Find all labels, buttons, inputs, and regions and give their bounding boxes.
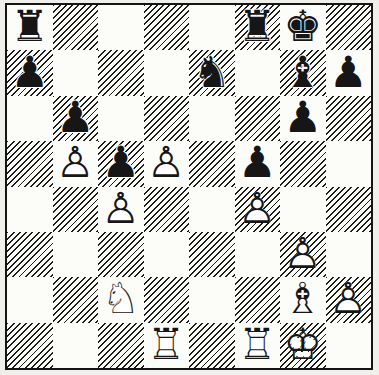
black-bishop-g7: ♝ (280, 50, 326, 95)
square-d2 (144, 277, 190, 322)
white-rook-d1: ♜♖ (144, 323, 190, 368)
square-f7 (235, 50, 281, 95)
square-e6 (189, 96, 235, 141)
square-f5: ♟ (235, 141, 281, 186)
square-c1 (98, 323, 144, 368)
square-g5 (280, 141, 326, 186)
square-h2: ♟♙ (326, 277, 372, 322)
white-king-g1: ♚♔ (280, 323, 326, 368)
white-pawn-d5: ♟♙ (144, 141, 190, 186)
white-pawn-g3: ♟♙ (280, 232, 326, 277)
square-h3 (326, 232, 372, 277)
square-a7: ♟ (7, 50, 53, 95)
square-g3: ♟♙ (280, 232, 326, 277)
square-h7: ♟ (326, 50, 372, 95)
piece-outline-layer: ♙ (144, 141, 190, 186)
square-f8: ♜ (235, 5, 281, 50)
piece-solid-layer: ♟ (280, 96, 326, 141)
square-c4: ♟♙ (98, 187, 144, 232)
square-g7: ♝ (280, 50, 326, 95)
white-pawn-c4: ♟♙ (98, 187, 144, 232)
square-d4 (144, 187, 190, 232)
square-c6 (98, 96, 144, 141)
square-d6 (144, 96, 190, 141)
piece-solid-layer: ♞ (189, 50, 235, 95)
square-g6: ♟ (280, 96, 326, 141)
square-e7: ♞ (189, 50, 235, 95)
white-rook-f1: ♜♖ (235, 323, 281, 368)
white-bishop-g2: ♝♗ (280, 277, 326, 322)
piece-solid-layer: ♜ (235, 5, 281, 50)
piece-outline-layer: ♙ (98, 187, 144, 232)
white-pawn-b5: ♟♙ (53, 141, 99, 186)
piece-outline-layer: ♙ (326, 277, 372, 322)
square-b5: ♟♙ (53, 141, 99, 186)
square-b8 (53, 5, 99, 50)
square-c2: ♞♘ (98, 277, 144, 322)
square-e1 (189, 323, 235, 368)
chess-board-frame: ♜♜♚♟♞♝♟♟♟♟♙♟♟♙♟♟♙♟♙♟♙♞♘♝♗♟♙♜♖♜♖♚♔ (5, 3, 373, 370)
black-pawn-f5: ♟ (235, 141, 281, 186)
square-h5 (326, 141, 372, 186)
square-c5: ♟ (98, 141, 144, 186)
square-e4 (189, 187, 235, 232)
square-e8 (189, 5, 235, 50)
square-h4 (326, 187, 372, 232)
square-e3 (189, 232, 235, 277)
square-d7 (144, 50, 190, 95)
square-d5: ♟♙ (144, 141, 190, 186)
black-pawn-h7: ♟ (326, 50, 372, 95)
square-d3 (144, 232, 190, 277)
square-e2 (189, 277, 235, 322)
piece-solid-layer: ♟ (235, 141, 281, 186)
square-a6 (7, 96, 53, 141)
square-g4 (280, 187, 326, 232)
black-rook-a8: ♜ (7, 5, 53, 50)
white-pawn-h2: ♟♙ (326, 277, 372, 322)
square-a2 (7, 277, 53, 322)
square-a1 (7, 323, 53, 368)
piece-outline-layer: ♙ (235, 187, 281, 232)
square-f1: ♜♖ (235, 323, 281, 368)
piece-outline-layer: ♙ (53, 141, 99, 186)
piece-solid-layer: ♝ (280, 50, 326, 95)
black-pawn-b6: ♟ (53, 96, 99, 141)
square-g1: ♚♔ (280, 323, 326, 368)
piece-solid-layer: ♚ (280, 5, 326, 50)
square-a8: ♜ (7, 5, 53, 50)
black-pawn-a7: ♟ (7, 50, 53, 95)
piece-outline-layer: ♔ (280, 323, 326, 368)
chess-board: ♜♜♚♟♞♝♟♟♟♟♙♟♟♙♟♟♙♟♙♟♙♞♘♝♗♟♙♜♖♜♖♚♔ (7, 5, 371, 368)
square-h6 (326, 96, 372, 141)
square-b6: ♟ (53, 96, 99, 141)
square-f2 (235, 277, 281, 322)
piece-outline-layer: ♗ (280, 277, 326, 322)
square-b2 (53, 277, 99, 322)
piece-solid-layer: ♟ (53, 96, 99, 141)
piece-outline-layer: ♙ (280, 232, 326, 277)
piece-solid-layer: ♟ (7, 50, 53, 95)
piece-solid-layer: ♜ (7, 5, 53, 50)
square-f6 (235, 96, 281, 141)
piece-outline-layer: ♘ (98, 277, 144, 322)
black-pawn-c5: ♟ (98, 141, 144, 186)
black-knight-e7: ♞ (189, 50, 235, 95)
square-g8: ♚ (280, 5, 326, 50)
piece-outline-layer: ♖ (235, 323, 281, 368)
square-d8 (144, 5, 190, 50)
square-b4 (53, 187, 99, 232)
black-pawn-g6: ♟ (280, 96, 326, 141)
square-c3 (98, 232, 144, 277)
square-a4 (7, 187, 53, 232)
square-h8 (326, 5, 372, 50)
square-a3 (7, 232, 53, 277)
square-h1 (326, 323, 372, 368)
piece-outline-layer: ♖ (144, 323, 190, 368)
white-pawn-f4: ♟♙ (235, 187, 281, 232)
square-g2: ♝♗ (280, 277, 326, 322)
square-c8 (98, 5, 144, 50)
square-f4: ♟♙ (235, 187, 281, 232)
black-king-g8: ♚ (280, 5, 326, 50)
black-rook-f8: ♜ (235, 5, 281, 50)
piece-solid-layer: ♟ (326, 50, 372, 95)
piece-solid-layer: ♟ (98, 141, 144, 186)
square-e5 (189, 141, 235, 186)
square-b3 (53, 232, 99, 277)
square-f3 (235, 232, 281, 277)
square-c7 (98, 50, 144, 95)
square-b7 (53, 50, 99, 95)
square-b1 (53, 323, 99, 368)
square-a5 (7, 141, 53, 186)
white-knight-c2: ♞♘ (98, 277, 144, 322)
square-d1: ♜♖ (144, 323, 190, 368)
